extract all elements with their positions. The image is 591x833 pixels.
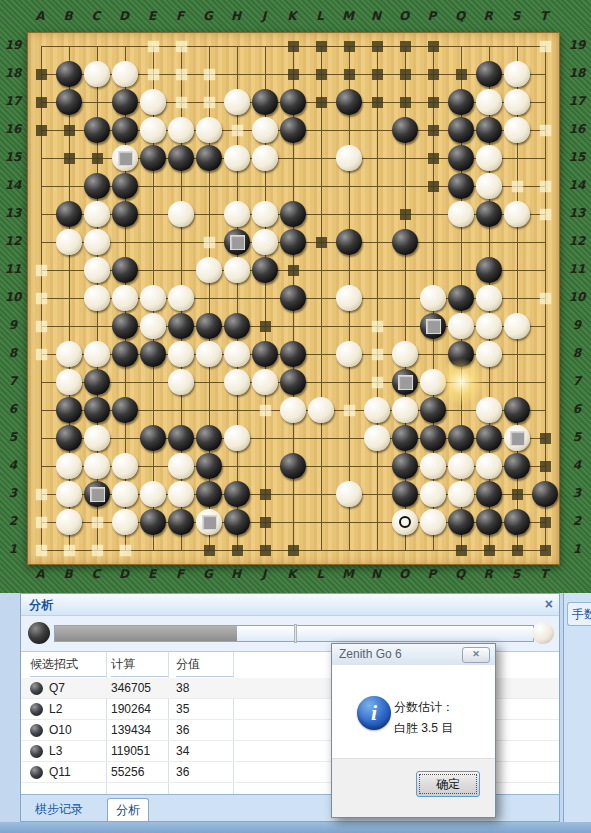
- stone-black-S2[interactable]: [504, 509, 530, 535]
- coord-left-6: 6: [2, 402, 24, 416]
- stone-white-J13[interactable]: [252, 201, 278, 227]
- stone-black-J17[interactable]: [252, 89, 278, 115]
- coord-top-O: O: [394, 9, 414, 23]
- stone-white-H11[interactable]: [224, 257, 250, 283]
- white-territory-mark-E19: [148, 41, 159, 52]
- stone-black-K8[interactable]: [280, 341, 306, 367]
- stone-black-D8[interactable]: [112, 341, 138, 367]
- black-stone-icon: [30, 745, 43, 758]
- stone-black-M12[interactable]: [336, 229, 362, 255]
- coord-right-19: 19: [566, 38, 588, 52]
- coord-right-9: 9: [566, 318, 588, 332]
- stone-white-P2[interactable]: [420, 509, 446, 535]
- black-territory-mark-O17: [400, 97, 411, 108]
- white-territory-mark-A10: [36, 293, 47, 304]
- candidate-calc: 346705: [111, 681, 151, 695]
- stone-white-H8[interactable]: [224, 341, 250, 367]
- stone-white-R10[interactable]: [476, 285, 502, 311]
- stone-black-G3[interactable]: [196, 481, 222, 507]
- black-stone-icon: [30, 724, 43, 737]
- stone-black-O4[interactable]: [392, 453, 418, 479]
- white-territory-mark-A3: [36, 489, 47, 500]
- stone-white-O8[interactable]: [392, 341, 418, 367]
- coord-top-G: G: [198, 9, 218, 23]
- white-territory-mark-A8: [36, 349, 47, 360]
- stone-black-B13[interactable]: [56, 201, 82, 227]
- coord-top-L: L: [310, 9, 330, 23]
- coord-bottom-D: D: [114, 567, 134, 581]
- stone-black-G9[interactable]: [196, 313, 222, 339]
- stone-black-C6[interactable]: [84, 397, 110, 423]
- stone-black-Q10[interactable]: [448, 285, 474, 311]
- coord-top-S: S: [506, 9, 526, 23]
- coord-left-17: 17: [2, 94, 24, 108]
- stone-white-P10[interactable]: [420, 285, 446, 311]
- white-territory-mark-N9: [372, 321, 383, 332]
- stone-black-G5[interactable]: [196, 425, 222, 451]
- black-territory-mark-O19: [400, 41, 411, 52]
- white-territory-mark-T14: [540, 181, 551, 192]
- stone-black-D6[interactable]: [112, 397, 138, 423]
- stone-white-E9[interactable]: [140, 313, 166, 339]
- white-territory-mark-S14: [512, 181, 523, 192]
- analysis-titlebar: 分析 ×: [21, 594, 559, 616]
- black-territory-mark-L17: [316, 97, 327, 108]
- black-territory-mark-J3: [260, 489, 271, 500]
- stone-black-H2[interactable]: [224, 509, 250, 535]
- black-territory-mark-T2: [540, 517, 551, 528]
- coord-bottom-C: C: [86, 567, 106, 581]
- white-territory-mark-M6: [344, 405, 355, 416]
- stone-black-E15[interactable]: [140, 145, 166, 171]
- stone-white-C5[interactable]: [84, 425, 110, 451]
- coord-right-7: 7: [566, 374, 588, 388]
- stone-white-B3[interactable]: [56, 481, 82, 507]
- dead-stone-mark-H12: [230, 235, 245, 250]
- coord-right-3: 3: [566, 486, 588, 500]
- stone-black-O3[interactable]: [392, 481, 418, 507]
- stone-black-R2[interactable]: [476, 509, 502, 535]
- candidate-move: L3: [49, 744, 62, 758]
- analysis-title: 分析: [29, 597, 53, 614]
- stone-black-E8[interactable]: [140, 341, 166, 367]
- stone-black-O12[interactable]: [392, 229, 418, 255]
- stone-black-K10[interactable]: [280, 285, 306, 311]
- stone-black-J11[interactable]: [252, 257, 278, 283]
- stone-white-B12[interactable]: [56, 229, 82, 255]
- black-territory-mark-P18: [428, 69, 439, 80]
- stone-black-K16[interactable]: [280, 117, 306, 143]
- stone-black-D16[interactable]: [112, 117, 138, 143]
- coord-left-10: 10: [2, 290, 24, 304]
- stone-white-F7[interactable]: [168, 369, 194, 395]
- white-territory-mark-G18: [204, 69, 215, 80]
- dead-stone-mark-C3: [90, 487, 105, 502]
- candidate-calc: 190264: [111, 702, 151, 716]
- stone-white-D2[interactable]: [112, 509, 138, 535]
- coord-top-E: E: [142, 9, 162, 23]
- dead-stone-mark-S5: [510, 431, 525, 446]
- white-territory-mark-A2: [36, 517, 47, 528]
- stone-white-D3[interactable]: [112, 481, 138, 507]
- tab-move-count[interactable]: 手数: [567, 602, 591, 626]
- white-territory-mark-A1: [36, 545, 47, 556]
- black-territory-mark-B16: [64, 125, 75, 136]
- coord-left-15: 15: [2, 150, 24, 164]
- stone-white-R6[interactable]: [476, 397, 502, 423]
- coord-left-14: 14: [2, 178, 24, 192]
- stone-black-H9[interactable]: [224, 313, 250, 339]
- coord-bottom-M: M: [338, 567, 358, 581]
- stone-white-B7[interactable]: [56, 369, 82, 395]
- black-territory-mark-O18: [400, 69, 411, 80]
- stone-white-C11[interactable]: [84, 257, 110, 283]
- stone-white-R14[interactable]: [476, 173, 502, 199]
- coord-bottom-S: S: [506, 567, 526, 581]
- stone-white-N6[interactable]: [364, 397, 390, 423]
- stone-white-S9[interactable]: [504, 313, 530, 339]
- black-territory-mark-R1: [484, 545, 495, 556]
- stone-white-J7[interactable]: [252, 369, 278, 395]
- dialog-message-line2: 白胜 3.5 目: [394, 718, 454, 739]
- stone-white-E10[interactable]: [140, 285, 166, 311]
- stone-black-B18[interactable]: [56, 61, 82, 87]
- stone-white-N5[interactable]: [364, 425, 390, 451]
- coord-bottom-O: O: [394, 567, 414, 581]
- stone-black-D14[interactable]: [112, 173, 138, 199]
- coord-right-2: 2: [566, 514, 588, 528]
- black-territory-mark-M19: [344, 41, 355, 52]
- coord-right-16: 16: [566, 122, 588, 136]
- candidate-glow-Q7[interactable]: [437, 358, 485, 406]
- stone-black-K7[interactable]: [280, 369, 306, 395]
- stone-black-K13[interactable]: [280, 201, 306, 227]
- coord-right-13: 13: [566, 206, 588, 220]
- coord-right-17: 17: [566, 94, 588, 108]
- dead-stone-mark-G2: [202, 515, 217, 530]
- black-territory-mark-P17: [428, 97, 439, 108]
- black-territory-mark-K11: [288, 265, 299, 276]
- stone-white-H7[interactable]: [224, 369, 250, 395]
- tab-move-record[interactable]: 棋步记录: [27, 798, 91, 820]
- stone-white-M10[interactable]: [336, 285, 362, 311]
- stone-black-Q17[interactable]: [448, 89, 474, 115]
- candidate-move: Q11: [49, 765, 71, 779]
- stone-white-F4[interactable]: [168, 453, 194, 479]
- stone-white-H13[interactable]: [224, 201, 250, 227]
- stone-white-F16[interactable]: [168, 117, 194, 143]
- stone-white-O6[interactable]: [392, 397, 418, 423]
- stone-black-S4[interactable]: [504, 453, 530, 479]
- stone-white-C18[interactable]: [84, 61, 110, 87]
- dialog-message: 分数估计： 白胜 3.5 目: [394, 697, 454, 739]
- stone-black-D13[interactable]: [112, 201, 138, 227]
- stone-white-F8[interactable]: [168, 341, 194, 367]
- stone-white-K6[interactable]: [280, 397, 306, 423]
- last-move-circle-icon: [399, 516, 411, 528]
- white-territory-mark-T19: [540, 41, 551, 52]
- black-territory-mark-K18: [288, 69, 299, 80]
- go-board[interactable]: [27, 32, 560, 565]
- black-territory-mark-K19: [288, 41, 299, 52]
- coord-right-8: 8: [566, 346, 588, 360]
- coord-left-3: 3: [2, 486, 24, 500]
- info-icon: i: [357, 696, 391, 730]
- stone-black-B6[interactable]: [56, 397, 82, 423]
- black-territory-mark-K1: [288, 545, 299, 556]
- candidate-calc: 55256: [111, 765, 144, 779]
- stone-white-G8[interactable]: [196, 341, 222, 367]
- stone-white-S17[interactable]: [504, 89, 530, 115]
- grid-line: [321, 46, 322, 551]
- coord-bottom-J: J: [254, 567, 274, 581]
- tab-analysis[interactable]: 分析: [107, 798, 149, 821]
- coord-top-A: A: [30, 9, 50, 23]
- coord-top-R: R: [478, 9, 498, 23]
- coord-left-18: 18: [2, 66, 24, 80]
- candidate-move: L2: [49, 702, 62, 716]
- white-territory-mark-C2: [92, 517, 103, 528]
- stone-black-D9[interactable]: [112, 313, 138, 339]
- coord-top-K: K: [282, 9, 302, 23]
- stone-black-F5[interactable]: [168, 425, 194, 451]
- stone-black-S6[interactable]: [504, 397, 530, 423]
- winrate-bar[interactable]: [54, 625, 534, 642]
- stone-white-C8[interactable]: [84, 341, 110, 367]
- coord-bottom-Q: Q: [450, 567, 470, 581]
- stone-white-D10[interactable]: [112, 285, 138, 311]
- candidate-move: O10: [49, 723, 72, 737]
- stone-black-P6[interactable]: [420, 397, 446, 423]
- stone-black-R13[interactable]: [476, 201, 502, 227]
- white-territory-mark-T10: [540, 293, 551, 304]
- stone-black-G15[interactable]: [196, 145, 222, 171]
- coord-right-1: 1: [566, 542, 588, 556]
- coord-left-16: 16: [2, 122, 24, 136]
- stone-black-Q2[interactable]: [448, 509, 474, 535]
- winrate-center-tick: [294, 624, 297, 643]
- stone-black-Q15[interactable]: [448, 145, 474, 171]
- stone-black-B17[interactable]: [56, 89, 82, 115]
- stone-white-E3[interactable]: [140, 481, 166, 507]
- stone-black-P5[interactable]: [420, 425, 446, 451]
- coord-top-M: M: [338, 9, 358, 23]
- stone-white-G16[interactable]: [196, 117, 222, 143]
- stone-white-B8[interactable]: [56, 341, 82, 367]
- black-territory-mark-N19: [372, 41, 383, 52]
- candidate-score: 34: [176, 744, 189, 758]
- stone-white-B4[interactable]: [56, 453, 82, 479]
- winrate-fill: [55, 626, 237, 641]
- stone-white-R15[interactable]: [476, 145, 502, 171]
- stone-white-F3[interactable]: [168, 481, 194, 507]
- black-territory-mark-P16: [428, 125, 439, 136]
- white-territory-mark-F17: [176, 97, 187, 108]
- stone-black-H3[interactable]: [224, 481, 250, 507]
- stone-black-K17[interactable]: [280, 89, 306, 115]
- stone-black-J8[interactable]: [252, 341, 278, 367]
- stone-black-C14[interactable]: [84, 173, 110, 199]
- close-icon[interactable]: ×: [545, 596, 553, 612]
- stone-black-K12[interactable]: [280, 229, 306, 255]
- stone-black-T3[interactable]: [532, 481, 558, 507]
- stone-white-M8[interactable]: [336, 341, 362, 367]
- coord-right-12: 12: [566, 234, 588, 248]
- stone-black-F9[interactable]: [168, 313, 194, 339]
- coord-right-10: 10: [566, 290, 588, 304]
- coord-bottom-L: L: [310, 567, 330, 581]
- stone-black-R16[interactable]: [476, 117, 502, 143]
- stone-white-F13[interactable]: [168, 201, 194, 227]
- stone-white-J12[interactable]: [252, 229, 278, 255]
- stone-white-R4[interactable]: [476, 453, 502, 479]
- coord-bottom-A: A: [30, 567, 50, 581]
- stone-white-R8[interactable]: [476, 341, 502, 367]
- dialog-titlebar[interactable]: Zenith Go 6 ✕: [332, 644, 495, 666]
- stone-white-Q4[interactable]: [448, 453, 474, 479]
- stone-white-H17[interactable]: [224, 89, 250, 115]
- stone-black-G4[interactable]: [196, 453, 222, 479]
- black-territory-mark-L12: [316, 237, 327, 248]
- stone-white-P4[interactable]: [420, 453, 446, 479]
- stone-white-R17[interactable]: [476, 89, 502, 115]
- black-stone-icon: [28, 622, 50, 644]
- black-territory-mark-P19: [428, 41, 439, 52]
- stone-white-H15[interactable]: [224, 145, 250, 171]
- stone-black-D11[interactable]: [112, 257, 138, 283]
- header-calc: 计算: [111, 652, 168, 677]
- white-territory-mark-C1: [92, 545, 103, 556]
- black-territory-mark-N17: [372, 97, 383, 108]
- stone-white-M3[interactable]: [336, 481, 362, 507]
- stone-black-O5[interactable]: [392, 425, 418, 451]
- white-territory-mark-N7: [372, 377, 383, 388]
- dialog-message-line1: 分数估计：: [394, 697, 454, 718]
- black-territory-mark-Q18: [456, 69, 467, 80]
- stone-white-G11[interactable]: [196, 257, 222, 283]
- stone-black-K4[interactable]: [280, 453, 306, 479]
- stone-white-L6[interactable]: [308, 397, 334, 423]
- coord-left-8: 8: [2, 346, 24, 360]
- stone-black-M17[interactable]: [336, 89, 362, 115]
- black-territory-mark-T5: [540, 433, 551, 444]
- white-territory-mark-F19: [176, 41, 187, 52]
- app-bottom-area: 分析 × 候选招式 计算 分值 Q734670538L219026435O101…: [0, 593, 591, 833]
- white-territory-mark-N8: [372, 349, 383, 360]
- stone-white-C12[interactable]: [84, 229, 110, 255]
- black-territory-mark-N18: [372, 69, 383, 80]
- black-stone-icon: [30, 682, 43, 695]
- stone-black-R3[interactable]: [476, 481, 502, 507]
- stone-black-Q5[interactable]: [448, 425, 474, 451]
- stone-black-D17[interactable]: [112, 89, 138, 115]
- stone-white-R9[interactable]: [476, 313, 502, 339]
- stone-black-R11[interactable]: [476, 257, 502, 283]
- coord-left-19: 19: [2, 38, 24, 52]
- stone-white-J16[interactable]: [252, 117, 278, 143]
- coord-bottom-N: N: [366, 567, 386, 581]
- black-territory-mark-P14: [428, 181, 439, 192]
- stone-white-C4[interactable]: [84, 453, 110, 479]
- white-territory-mark-T13: [540, 209, 551, 220]
- coord-top-Q: Q: [450, 9, 470, 23]
- black-stone-icon: [30, 703, 43, 716]
- coord-top-J: J: [254, 9, 274, 23]
- white-territory-mark-J6: [260, 405, 271, 416]
- coord-right-6: 6: [566, 402, 588, 416]
- stone-black-C7[interactable]: [84, 369, 110, 395]
- stone-black-R5[interactable]: [476, 425, 502, 451]
- stone-white-H5[interactable]: [224, 425, 250, 451]
- black-territory-mark-S1: [512, 545, 523, 556]
- stone-black-E5[interactable]: [140, 425, 166, 451]
- black-territory-mark-G1: [204, 545, 215, 556]
- stone-black-Q16[interactable]: [448, 117, 474, 143]
- stone-white-Q9[interactable]: [448, 313, 474, 339]
- black-territory-mark-J1: [260, 545, 271, 556]
- stone-white-E16[interactable]: [140, 117, 166, 143]
- stone-black-R18[interactable]: [476, 61, 502, 87]
- stone-black-C16[interactable]: [84, 117, 110, 143]
- coord-left-2: 2: [2, 514, 24, 528]
- coord-right-11: 11: [566, 262, 588, 276]
- black-territory-mark-B15: [64, 153, 75, 164]
- stone-white-M15[interactable]: [336, 145, 362, 171]
- black-territory-mark-A18: [36, 69, 47, 80]
- stone-white-F10[interactable]: [168, 285, 194, 311]
- stone-white-C10[interactable]: [84, 285, 110, 311]
- stone-white-P3[interactable]: [420, 481, 446, 507]
- stone-white-Q3[interactable]: [448, 481, 474, 507]
- dialog-close-button[interactable]: ✕: [462, 647, 490, 663]
- ok-button[interactable]: 确定: [416, 771, 480, 797]
- coord-top-D: D: [114, 9, 134, 23]
- stone-white-Q13[interactable]: [448, 201, 474, 227]
- black-territory-mark-C15: [92, 153, 103, 164]
- black-territory-mark-M18: [344, 69, 355, 80]
- coord-right-18: 18: [566, 66, 588, 80]
- dead-stone-mark-P9: [426, 319, 441, 334]
- stone-black-Q14[interactable]: [448, 173, 474, 199]
- stone-white-J15[interactable]: [252, 145, 278, 171]
- stone-white-D4[interactable]: [112, 453, 138, 479]
- stone-white-S16[interactable]: [504, 117, 530, 143]
- stone-black-F2[interactable]: [168, 509, 194, 535]
- stone-black-E2[interactable]: [140, 509, 166, 535]
- stone-white-S18[interactable]: [504, 61, 530, 87]
- coord-right-4: 4: [566, 458, 588, 472]
- black-territory-mark-P15: [428, 153, 439, 164]
- stone-black-F15[interactable]: [168, 145, 194, 171]
- white-territory-mark-D1: [120, 545, 131, 556]
- black-territory-mark-J2: [260, 517, 271, 528]
- table-background: AABBCCDDEEFFGGHHJJKKLLMMNNOOPPQQRRSSTT19…: [0, 0, 591, 593]
- coord-bottom-T: T: [534, 567, 554, 581]
- stone-black-O16[interactable]: [392, 117, 418, 143]
- coord-top-F: F: [170, 9, 190, 23]
- coord-left-1: 1: [2, 542, 24, 556]
- stone-white-B2[interactable]: [56, 509, 82, 535]
- coord-bottom-E: E: [142, 567, 162, 581]
- black-territory-mark-J9: [260, 321, 271, 332]
- coord-top-N: N: [366, 9, 386, 23]
- stone-white-S13[interactable]: [504, 201, 530, 227]
- stone-white-D18[interactable]: [112, 61, 138, 87]
- stone-white-C13[interactable]: [84, 201, 110, 227]
- candidate-calc: 119051: [111, 744, 150, 758]
- stone-white-E17[interactable]: [140, 89, 166, 115]
- stone-black-B5[interactable]: [56, 425, 82, 451]
